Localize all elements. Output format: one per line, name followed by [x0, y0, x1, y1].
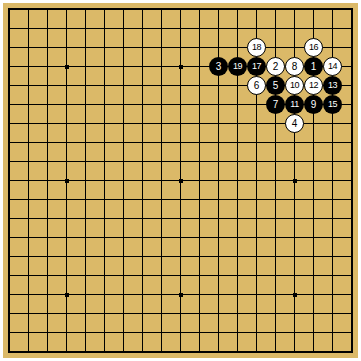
- board-intersection: [209, 114, 228, 133]
- board-intersection: 10: [285, 76, 304, 95]
- board-intersection: [38, 342, 57, 361]
- board-intersection: [133, 171, 152, 190]
- board-intersection: [171, 95, 190, 114]
- board-intersection: 15: [323, 95, 342, 114]
- board-intersection: [228, 76, 247, 95]
- board-intersection: [285, 247, 304, 266]
- board-intersection: [19, 19, 38, 38]
- board-intersection: [209, 247, 228, 266]
- board-intersection: [114, 323, 133, 342]
- board-intersection: [190, 304, 209, 323]
- board-intersection: [209, 190, 228, 209]
- board-intersection: [38, 152, 57, 171]
- board-intersection: [114, 266, 133, 285]
- board-intersection: [76, 19, 95, 38]
- board-intersection: [57, 228, 76, 247]
- board-intersection: [57, 133, 76, 152]
- board-intersection: [114, 19, 133, 38]
- stone-black-move-13: 13: [323, 76, 342, 95]
- board-intersection: [0, 95, 19, 114]
- board-intersection: [57, 209, 76, 228]
- board-intersection: [190, 323, 209, 342]
- board-intersection: 8: [285, 57, 304, 76]
- board-intersection: [152, 209, 171, 228]
- board-intersection: [342, 76, 361, 95]
- board-intersection: [19, 76, 38, 95]
- board-intersection: [38, 190, 57, 209]
- board-intersection: [209, 0, 228, 19]
- board-intersection: [285, 323, 304, 342]
- board-intersection: [19, 38, 38, 57]
- board-intersection: [247, 0, 266, 19]
- board-intersection: [228, 323, 247, 342]
- board-intersection: [95, 152, 114, 171]
- board-intersection: [0, 304, 19, 323]
- board-intersection: [190, 38, 209, 57]
- stone-black-move-3: 3: [209, 57, 228, 76]
- board-intersection: [0, 57, 19, 76]
- board-intersection: [228, 133, 247, 152]
- board-intersection: 7: [266, 95, 285, 114]
- board-intersection: [247, 95, 266, 114]
- board-intersection: [342, 285, 361, 304]
- board-intersection: [190, 152, 209, 171]
- board-intersection: [76, 209, 95, 228]
- board-intersection: [76, 171, 95, 190]
- board-intersection: [304, 285, 323, 304]
- board-intersection: [76, 95, 95, 114]
- board-intersection: [152, 247, 171, 266]
- board-intersection: [95, 95, 114, 114]
- board-intersection: [247, 304, 266, 323]
- stone-white-move-12: 12: [304, 76, 323, 95]
- board-intersection: [247, 342, 266, 361]
- board-intersection: [0, 38, 19, 57]
- board-intersection: [133, 114, 152, 133]
- board-intersection: [342, 342, 361, 361]
- board-intersection: [285, 190, 304, 209]
- board-intersection: [0, 114, 19, 133]
- board-intersection: [152, 342, 171, 361]
- board-intersection: [38, 19, 57, 38]
- board-intersection: [190, 95, 209, 114]
- board-intersection: [171, 209, 190, 228]
- board-intersection: [228, 266, 247, 285]
- board-intersection: [190, 209, 209, 228]
- stone-white-move-14: 14: [323, 57, 342, 76]
- board-intersection: [285, 152, 304, 171]
- board-intersection: [190, 266, 209, 285]
- board-intersection: [76, 152, 95, 171]
- board-intersection: [76, 0, 95, 19]
- board-intersection: [266, 114, 285, 133]
- board-intersection: [304, 152, 323, 171]
- board-intersection: [133, 342, 152, 361]
- board-intersection: [133, 228, 152, 247]
- board-intersection: [57, 19, 76, 38]
- board-intersection: [95, 266, 114, 285]
- board-intersection: [0, 19, 19, 38]
- board-intersection: [57, 152, 76, 171]
- board-intersection: [190, 190, 209, 209]
- board-intersection: [209, 228, 228, 247]
- board-intersection: [209, 304, 228, 323]
- board-intersection: [38, 95, 57, 114]
- board-intersection: [190, 57, 209, 76]
- board-intersection: [323, 342, 342, 361]
- board-intersection: [342, 323, 361, 342]
- board-intersection: 5: [266, 76, 285, 95]
- board-intersection: [323, 209, 342, 228]
- board-intersection: [152, 76, 171, 95]
- board-intersection: [323, 266, 342, 285]
- board-intersection: [57, 266, 76, 285]
- board-intersection: [247, 114, 266, 133]
- board-intersection: [57, 323, 76, 342]
- board-intersection: [285, 266, 304, 285]
- board-intersection: 13: [323, 76, 342, 95]
- board-intersection: [19, 285, 38, 304]
- board-intersection: [19, 228, 38, 247]
- board-intersection: [266, 133, 285, 152]
- board-intersection: [19, 247, 38, 266]
- board-intersection: [76, 266, 95, 285]
- board-intersection: [133, 209, 152, 228]
- board-intersection: [228, 304, 247, 323]
- board-intersection: [57, 171, 76, 190]
- board-intersection: [133, 57, 152, 76]
- board-intersection: [114, 0, 133, 19]
- board-intersection: [38, 266, 57, 285]
- board-intersection: [152, 190, 171, 209]
- stone-white-move-8: 8: [285, 57, 304, 76]
- board-intersection: [76, 323, 95, 342]
- board-intersection: [152, 114, 171, 133]
- board-intersection: [171, 114, 190, 133]
- board-intersection: [0, 171, 19, 190]
- board-intersection: [190, 76, 209, 95]
- board-intersection: [285, 19, 304, 38]
- board-intersection: [342, 171, 361, 190]
- board-intersection: [190, 19, 209, 38]
- board-intersection: [190, 247, 209, 266]
- board-intersection: [304, 114, 323, 133]
- board-intersection: [266, 342, 285, 361]
- board-intersection: [57, 76, 76, 95]
- board-intersection: [266, 266, 285, 285]
- board-intersection: [114, 38, 133, 57]
- go-diagram-screenshot: 18163191728114651012137119154: [0, 0, 361, 361]
- board-intersection: [247, 19, 266, 38]
- star-point: [293, 179, 297, 183]
- board-intersection: [171, 285, 190, 304]
- board-intersection: [228, 342, 247, 361]
- board-intersection: [152, 323, 171, 342]
- board-intersection: [228, 209, 247, 228]
- board-intersection: [266, 0, 285, 19]
- board-intersection: [133, 0, 152, 19]
- board-intersection: [209, 38, 228, 57]
- board-intersection: [114, 304, 133, 323]
- board-intersection: [76, 114, 95, 133]
- board-intersection: [266, 152, 285, 171]
- board-intersection: [266, 247, 285, 266]
- board-intersection: [19, 171, 38, 190]
- board-intersection: [19, 0, 38, 19]
- board-intersection: 19: [228, 57, 247, 76]
- board-intersection: [171, 133, 190, 152]
- board-intersection: 16: [304, 38, 323, 57]
- stone-white-move-4: 4: [285, 114, 304, 133]
- board-intersection: [114, 95, 133, 114]
- board-intersection: [0, 285, 19, 304]
- board-intersection: [171, 304, 190, 323]
- board-intersection: [76, 190, 95, 209]
- board-intersection: 14: [323, 57, 342, 76]
- board-intersection: [152, 38, 171, 57]
- board-intersection: [38, 323, 57, 342]
- stone-white-move-18: 18: [247, 38, 266, 57]
- board-intersection: [285, 133, 304, 152]
- board-intersection: [152, 152, 171, 171]
- star-point: [293, 293, 297, 297]
- board-intersection: [228, 0, 247, 19]
- board-intersection: [171, 38, 190, 57]
- board-intersection: [19, 57, 38, 76]
- board-intersection: [342, 0, 361, 19]
- board-intersection: [19, 152, 38, 171]
- board-intersection: [19, 133, 38, 152]
- board-intersection: [190, 133, 209, 152]
- board-intersection: 17: [247, 57, 266, 76]
- board-intersection: [209, 133, 228, 152]
- board-intersection: [38, 285, 57, 304]
- board-intersection: [133, 190, 152, 209]
- board-intersection: [57, 190, 76, 209]
- board-intersection: [266, 190, 285, 209]
- board-intersection: [19, 114, 38, 133]
- board-intersection: [76, 228, 95, 247]
- board-intersection: [209, 76, 228, 95]
- board-intersection: [57, 57, 76, 76]
- board-intersection: [76, 285, 95, 304]
- stone-white-move-6: 6: [247, 76, 266, 95]
- board-intersection: [247, 228, 266, 247]
- board-intersection: [228, 247, 247, 266]
- board-intersection: [266, 228, 285, 247]
- board-intersection: [95, 190, 114, 209]
- board-intersection: [323, 133, 342, 152]
- board-intersection: [76, 38, 95, 57]
- board-intersection: [19, 342, 38, 361]
- board-intersection: 3: [209, 57, 228, 76]
- board-intersection: [38, 76, 57, 95]
- board-intersection: [133, 19, 152, 38]
- board-intersection: [0, 342, 19, 361]
- board-intersection: [323, 190, 342, 209]
- board-intersection: [19, 266, 38, 285]
- board-intersection: [209, 95, 228, 114]
- board-intersection: 18: [247, 38, 266, 57]
- board-intersection: [76, 133, 95, 152]
- stone-black-move-19: 19: [228, 57, 247, 76]
- board-intersection: [114, 190, 133, 209]
- board-intersection: [304, 171, 323, 190]
- board-intersection: [323, 228, 342, 247]
- board-intersection: [342, 19, 361, 38]
- board-intersection: [190, 114, 209, 133]
- board-intersection: [285, 285, 304, 304]
- board-intersection: [95, 304, 114, 323]
- board-intersection: [114, 228, 133, 247]
- board-intersection: [133, 323, 152, 342]
- stone-black-move-1: 1: [304, 57, 323, 76]
- board-intersection: [190, 228, 209, 247]
- board-intersection: [228, 114, 247, 133]
- board-intersection: [342, 247, 361, 266]
- stone-black-move-11: 11: [285, 95, 304, 114]
- board-intersection: [152, 0, 171, 19]
- board-intersection: [228, 152, 247, 171]
- board-intersection: 1: [304, 57, 323, 76]
- board-intersection: [190, 285, 209, 304]
- board-intersection: [114, 171, 133, 190]
- board-intersection: 2: [266, 57, 285, 76]
- board-intersection: [114, 76, 133, 95]
- board-intersection: [19, 190, 38, 209]
- board-intersection: [266, 285, 285, 304]
- board-intersection: [228, 95, 247, 114]
- board-intersection: [209, 209, 228, 228]
- board-intersection: [266, 209, 285, 228]
- board-intersection: [95, 76, 114, 95]
- board-intersection: [342, 95, 361, 114]
- board-intersection: [247, 266, 266, 285]
- board-intersection: [342, 38, 361, 57]
- board-intersection: [0, 76, 19, 95]
- stone-black-move-9: 9: [304, 95, 323, 114]
- board-intersection: [38, 304, 57, 323]
- board-intersection: [152, 19, 171, 38]
- board-intersection: [95, 0, 114, 19]
- board-intersection: [285, 342, 304, 361]
- board-intersection: [57, 95, 76, 114]
- board-intersection: [57, 285, 76, 304]
- board-intersection: [57, 342, 76, 361]
- board-intersection: [152, 228, 171, 247]
- board-intersection: [95, 133, 114, 152]
- board-intersection: [285, 209, 304, 228]
- board-intersection: [95, 285, 114, 304]
- board-intersection: [0, 266, 19, 285]
- stone-white-move-10: 10: [285, 76, 304, 95]
- board-intersection: [304, 228, 323, 247]
- board-intersection: [342, 190, 361, 209]
- board-intersection: [171, 247, 190, 266]
- board-intersection: [171, 228, 190, 247]
- board-intersection: [19, 304, 38, 323]
- board-intersection: [209, 171, 228, 190]
- board-intersection: [266, 38, 285, 57]
- board-intersection: [247, 133, 266, 152]
- board-intersection: [95, 171, 114, 190]
- board-intersection: [0, 209, 19, 228]
- board-intersection: [0, 247, 19, 266]
- board-intersection: 12: [304, 76, 323, 95]
- board-intersection: [76, 342, 95, 361]
- board-intersection: [323, 152, 342, 171]
- board-intersection: [171, 342, 190, 361]
- board-intersection: [247, 171, 266, 190]
- board-intersection: [171, 57, 190, 76]
- board-intersection: [228, 19, 247, 38]
- board-intersection: [76, 247, 95, 266]
- board-intersection: [76, 304, 95, 323]
- board-intersection: [266, 304, 285, 323]
- board-intersection: [0, 133, 19, 152]
- board-intersection: [133, 285, 152, 304]
- board-intersection: [323, 171, 342, 190]
- board-intersection: [323, 38, 342, 57]
- board-intersection: [152, 304, 171, 323]
- board-intersection: [190, 0, 209, 19]
- board-intersection: [57, 304, 76, 323]
- board-intersection: [285, 38, 304, 57]
- board-intersection: [209, 19, 228, 38]
- board-intersection: [247, 209, 266, 228]
- board-intersection: [228, 228, 247, 247]
- board-intersection: [266, 171, 285, 190]
- board-intersection: [342, 228, 361, 247]
- board-intersection: [95, 323, 114, 342]
- board-intersection: [342, 133, 361, 152]
- board-intersection: [133, 266, 152, 285]
- board-intersection: [0, 152, 19, 171]
- board-intersection: [304, 342, 323, 361]
- board-intersection: [38, 247, 57, 266]
- board-intersection: [171, 19, 190, 38]
- board-intersection: [209, 342, 228, 361]
- board-intersection: [0, 0, 19, 19]
- board-intersection: [323, 285, 342, 304]
- board-intersection: [95, 247, 114, 266]
- board-intersection: [342, 114, 361, 133]
- board-intersection: [342, 57, 361, 76]
- board-intersection: [57, 114, 76, 133]
- board-intersection: [171, 0, 190, 19]
- board-intersection: [57, 0, 76, 19]
- stone-black-move-5: 5: [266, 76, 285, 95]
- board-intersection: [152, 95, 171, 114]
- board-intersection: [304, 247, 323, 266]
- board-intersection: [95, 342, 114, 361]
- board-intersection: 11: [285, 95, 304, 114]
- board-intersection: [95, 19, 114, 38]
- board-intersection: [323, 304, 342, 323]
- board-intersection: [114, 57, 133, 76]
- board-intersection: [285, 0, 304, 19]
- board-intersection: [190, 342, 209, 361]
- board-intersection: [95, 38, 114, 57]
- board-intersection: [171, 152, 190, 171]
- board-intersection: [95, 209, 114, 228]
- board-intersection: [38, 171, 57, 190]
- board-intersection: [209, 323, 228, 342]
- board-intersection: [0, 228, 19, 247]
- board-intersection: [133, 247, 152, 266]
- board-intersection: [19, 95, 38, 114]
- board-intersection: [304, 133, 323, 152]
